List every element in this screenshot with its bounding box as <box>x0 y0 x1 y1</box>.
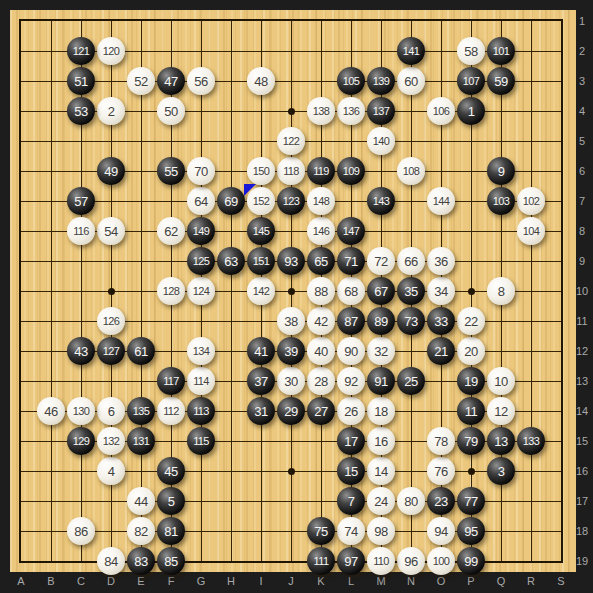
stone-white-20-P12: 20 <box>457 337 485 365</box>
move-number: 47 <box>164 75 177 88</box>
stone-black-63-H9: 63 <box>217 247 245 275</box>
stone-black-151-I9: 151 <box>247 247 275 275</box>
move-number: 152 <box>253 196 270 207</box>
move-number: 5 <box>168 495 175 508</box>
stone-white-86-C18: 86 <box>67 517 95 545</box>
stone-black-133-R15: 133 <box>517 427 545 455</box>
stone-white-138-K4: 138 <box>307 97 335 125</box>
move-number: 11 <box>465 405 478 418</box>
move-number: 137 <box>373 106 390 117</box>
move-number: 103 <box>493 196 510 207</box>
column-label-G: G <box>190 575 212 587</box>
stone-black-23-O17: 23 <box>427 487 455 515</box>
move-number: 150 <box>253 166 270 177</box>
move-number: 26 <box>344 405 357 418</box>
stone-black-51-C3: 51 <box>67 67 95 95</box>
stone-white-140-M5: 140 <box>367 127 395 155</box>
column-label-A: A <box>10 575 32 587</box>
move-number: 74 <box>344 525 357 538</box>
stone-black-1-P4: 1 <box>457 97 485 125</box>
column-label-S: S <box>550 575 572 587</box>
move-number: 45 <box>164 465 177 478</box>
move-number: 20 <box>464 345 477 358</box>
move-number: 56 <box>194 75 207 88</box>
stone-white-152-I7: 152 <box>247 187 275 215</box>
stone-black-107-P3: 107 <box>457 67 485 95</box>
row-label-18: 18 <box>572 525 592 537</box>
stone-white-72-M9: 72 <box>367 247 395 275</box>
stone-white-24-M17: 24 <box>367 487 395 515</box>
move-number: 62 <box>164 225 177 238</box>
move-number: 149 <box>193 226 210 237</box>
stone-black-85-F19: 85 <box>157 547 185 575</box>
stone-black-101-Q2: 101 <box>487 37 515 65</box>
stone-white-144-O7: 144 <box>427 187 455 215</box>
move-number: 37 <box>254 375 267 388</box>
move-number: 147 <box>343 226 360 237</box>
stone-black-123-J7: 123 <box>277 187 305 215</box>
column-label-C: C <box>70 575 92 587</box>
move-number: 49 <box>104 165 117 178</box>
move-number: 50 <box>164 105 177 118</box>
stone-black-33-O11: 33 <box>427 307 455 335</box>
star-point-P10 <box>468 288 475 295</box>
stone-black-49-D6: 49 <box>97 157 125 185</box>
move-number: 100 <box>433 556 450 567</box>
star-point-P16 <box>468 468 475 475</box>
stone-black-71-L9: 71 <box>337 247 365 275</box>
stone-black-135-E14: 135 <box>127 397 155 425</box>
move-number: 146 <box>313 226 330 237</box>
stone-black-103-Q7: 103 <box>487 187 515 215</box>
move-number: 63 <box>224 255 237 268</box>
move-number: 29 <box>284 405 297 418</box>
stone-black-117-F13: 117 <box>157 367 185 395</box>
stone-white-126-D11: 126 <box>97 307 125 335</box>
stone-white-42-K11: 42 <box>307 307 335 335</box>
stone-black-125-G9: 125 <box>187 247 215 275</box>
stone-white-82-E18: 82 <box>127 517 155 545</box>
move-number: 77 <box>464 495 477 508</box>
stone-black-65-K9: 65 <box>307 247 335 275</box>
row-label-9: 9 <box>572 255 592 267</box>
move-number: 19 <box>464 375 477 388</box>
stone-white-6-D14: 6 <box>97 397 125 425</box>
stone-black-147-L8: 147 <box>337 217 365 245</box>
move-number: 91 <box>374 375 387 388</box>
stone-black-53-C4: 53 <box>67 97 95 125</box>
move-number: 105 <box>343 76 360 87</box>
grid-line-vertical <box>531 21 532 561</box>
move-number: 122 <box>283 136 300 147</box>
move-number: 94 <box>434 525 447 538</box>
move-number: 89 <box>374 315 387 328</box>
move-number: 148 <box>313 196 330 207</box>
move-number: 36 <box>434 255 447 268</box>
move-number: 104 <box>523 226 540 237</box>
stone-white-34-O10: 34 <box>427 277 455 305</box>
stone-white-80-N17: 80 <box>397 487 425 515</box>
stone-white-108-N6: 108 <box>397 157 425 185</box>
move-number: 18 <box>374 405 387 418</box>
move-number: 32 <box>374 345 387 358</box>
stone-black-61-E12: 61 <box>127 337 155 365</box>
stone-white-38-J11: 38 <box>277 307 305 335</box>
move-number: 115 <box>193 436 209 447</box>
move-number: 86 <box>74 525 87 538</box>
row-label-15: 15 <box>572 435 592 447</box>
stone-white-40-K12: 40 <box>307 337 335 365</box>
stone-white-130-C14: 130 <box>67 397 95 425</box>
stone-white-28-K13: 28 <box>307 367 335 395</box>
move-number: 113 <box>193 406 209 417</box>
row-label-13: 13 <box>572 375 592 387</box>
stone-white-148-K7: 148 <box>307 187 335 215</box>
stone-black-67-M10: 67 <box>367 277 395 305</box>
stone-white-84-D19: 84 <box>97 547 125 575</box>
column-label-B: B <box>40 575 62 587</box>
stone-black-141-N2: 141 <box>397 37 425 65</box>
move-number: 75 <box>314 525 327 538</box>
stone-black-3-Q16: 3 <box>487 457 515 485</box>
move-number: 123 <box>283 196 300 207</box>
move-number: 144 <box>433 196 450 207</box>
move-number: 141 <box>403 46 420 57</box>
stone-white-56-G3: 56 <box>187 67 215 95</box>
stone-black-59-Q3: 59 <box>487 67 515 95</box>
stone-white-88-K10: 88 <box>307 277 335 305</box>
move-number: 41 <box>254 345 267 358</box>
move-number: 55 <box>164 165 177 178</box>
move-number: 28 <box>314 375 327 388</box>
move-number: 139 <box>373 76 390 87</box>
move-number: 121 <box>73 46 90 57</box>
move-number: 68 <box>344 285 357 298</box>
move-number: 31 <box>254 405 267 418</box>
move-number: 131 <box>133 436 150 447</box>
stone-black-25-N13: 25 <box>397 367 425 395</box>
move-number: 64 <box>194 195 207 208</box>
move-number: 83 <box>134 555 147 568</box>
move-number: 1 <box>468 105 475 118</box>
star-point-D10 <box>108 288 115 295</box>
column-label-H: H <box>220 575 242 587</box>
stone-black-119-K6: 119 <box>307 157 335 185</box>
move-number: 78 <box>434 435 447 448</box>
stone-white-106-O4: 106 <box>427 97 455 125</box>
star-point-J4 <box>288 108 295 115</box>
stone-black-89-M11: 89 <box>367 307 395 335</box>
stone-black-105-L3: 105 <box>337 67 365 95</box>
stone-white-146-K8: 146 <box>307 217 335 245</box>
move-number: 93 <box>284 255 297 268</box>
move-number: 3 <box>498 465 505 478</box>
stone-white-104-R8: 104 <box>517 217 545 245</box>
stone-white-132-D15: 132 <box>97 427 125 455</box>
move-number: 98 <box>374 525 387 538</box>
move-number: 8 <box>498 285 505 298</box>
move-number: 111 <box>314 556 329 567</box>
move-number: 40 <box>314 345 327 358</box>
move-number: 35 <box>404 285 417 298</box>
move-number: 120 <box>103 46 120 57</box>
move-number: 9 <box>498 165 505 178</box>
stone-black-131-E15: 131 <box>127 427 155 455</box>
move-number: 16 <box>374 435 387 448</box>
stone-white-12-Q14: 12 <box>487 397 515 425</box>
stone-black-115-G15: 115 <box>187 427 215 455</box>
stone-black-121-C2: 121 <box>67 37 95 65</box>
row-label-19: 19 <box>572 555 592 567</box>
stone-white-122-J5: 122 <box>277 127 305 155</box>
stone-black-83-E19: 83 <box>127 547 155 575</box>
stone-black-143-M7: 143 <box>367 187 395 215</box>
move-number: 79 <box>464 435 477 448</box>
stone-white-120-D2: 120 <box>97 37 125 65</box>
column-label-P: P <box>460 575 482 587</box>
move-number: 81 <box>164 525 177 538</box>
stone-black-81-F18: 81 <box>157 517 185 545</box>
move-number: 34 <box>434 285 447 298</box>
stone-white-78-O15: 78 <box>427 427 455 455</box>
move-number: 13 <box>494 435 507 448</box>
stone-black-97-L19: 97 <box>337 547 365 575</box>
stone-white-60-N3: 60 <box>397 67 425 95</box>
move-number: 95 <box>464 525 477 538</box>
move-number: 48 <box>254 75 267 88</box>
column-label-Q: Q <box>490 575 512 587</box>
move-number: 67 <box>374 285 387 298</box>
move-number: 58 <box>464 45 477 58</box>
stone-black-29-J14: 29 <box>277 397 305 425</box>
row-label-16: 16 <box>572 465 592 477</box>
move-number: 39 <box>284 345 297 358</box>
move-number: 110 <box>373 556 389 567</box>
move-number: 124 <box>193 286 210 297</box>
stone-white-52-E3: 52 <box>127 67 155 95</box>
move-number: 116 <box>73 226 89 237</box>
move-number: 15 <box>344 465 357 478</box>
move-number: 97 <box>344 555 357 568</box>
move-number: 25 <box>404 375 417 388</box>
stone-white-4-D16: 4 <box>97 457 125 485</box>
stone-black-77-P17: 77 <box>457 487 485 515</box>
move-number: 42 <box>314 315 327 328</box>
stone-black-111-K19: 111 <box>307 547 335 575</box>
move-number: 54 <box>104 225 117 238</box>
stone-white-14-M16: 14 <box>367 457 395 485</box>
stone-black-43-C12: 43 <box>67 337 95 365</box>
move-number: 140 <box>373 136 390 147</box>
stone-white-58-P2: 58 <box>457 37 485 65</box>
move-number: 145 <box>253 226 270 237</box>
stone-white-102-R7: 102 <box>517 187 545 215</box>
stone-white-112-F14: 112 <box>157 397 185 425</box>
stone-white-10-Q13: 10 <box>487 367 515 395</box>
move-number: 80 <box>404 495 417 508</box>
stone-white-26-L14: 26 <box>337 397 365 425</box>
move-number: 119 <box>313 166 329 177</box>
stone-white-128-F10: 128 <box>157 277 185 305</box>
stone-white-30-J13: 30 <box>277 367 305 395</box>
move-number: 70 <box>194 165 207 178</box>
move-number: 69 <box>224 195 237 208</box>
move-number: 66 <box>404 255 417 268</box>
move-number: 132 <box>103 436 120 447</box>
stone-white-54-D8: 54 <box>97 217 125 245</box>
goban[interactable]: 1234567891011121314151617181920212223242… <box>10 10 576 572</box>
go-board-frame: 1234567891011121314151617181920212223242… <box>0 0 593 593</box>
move-number: 52 <box>134 75 147 88</box>
row-label-5: 5 <box>572 135 592 147</box>
move-number: 129 <box>73 436 90 447</box>
move-number: 72 <box>374 255 387 268</box>
stone-white-92-L13: 92 <box>337 367 365 395</box>
goban-grid: 1234567891011121314151617181920212223242… <box>19 19 563 563</box>
move-number: 44 <box>134 495 147 508</box>
move-number: 17 <box>344 435 357 448</box>
row-label-14: 14 <box>572 405 592 417</box>
move-number: 46 <box>44 405 57 418</box>
stone-white-96-N19: 96 <box>397 547 425 575</box>
stone-black-129-C15: 129 <box>67 427 95 455</box>
stone-black-45-F16: 45 <box>157 457 185 485</box>
stone-white-22-P11: 22 <box>457 307 485 335</box>
move-number: 7 <box>348 495 355 508</box>
move-number: 96 <box>404 555 417 568</box>
stone-white-70-G6: 70 <box>187 157 215 185</box>
stone-black-149-G8: 149 <box>187 217 215 245</box>
move-number: 38 <box>284 315 297 328</box>
move-number: 82 <box>134 525 147 538</box>
stone-white-8-Q10: 8 <box>487 277 515 305</box>
row-label-6: 6 <box>572 165 592 177</box>
stone-white-66-N9: 66 <box>397 247 425 275</box>
stone-white-118-J6: 118 <box>277 157 305 185</box>
move-number: 92 <box>344 375 357 388</box>
stone-black-75-K18: 75 <box>307 517 335 545</box>
stone-white-90-L12: 90 <box>337 337 365 365</box>
move-number: 84 <box>104 555 117 568</box>
move-number: 22 <box>464 315 477 328</box>
stone-black-5-F17: 5 <box>157 487 185 515</box>
move-number: 135 <box>133 406 150 417</box>
stone-black-41-I12: 41 <box>247 337 275 365</box>
move-number: 53 <box>74 105 87 118</box>
move-number: 136 <box>343 106 360 117</box>
move-number: 118 <box>283 166 299 177</box>
move-number: 143 <box>373 196 390 207</box>
stone-white-136-L4: 136 <box>337 97 365 125</box>
move-number: 33 <box>434 315 447 328</box>
move-number: 85 <box>164 555 177 568</box>
column-label-D: D <box>100 575 122 587</box>
stone-white-68-L10: 68 <box>337 277 365 305</box>
stone-black-13-Q15: 13 <box>487 427 515 455</box>
row-label-1: 1 <box>572 15 592 27</box>
column-label-F: F <box>160 575 182 587</box>
stone-black-113-G14: 113 <box>187 397 215 425</box>
stone-white-110-M19: 110 <box>367 547 395 575</box>
move-number: 43 <box>74 345 87 358</box>
stone-white-116-C8: 116 <box>67 217 95 245</box>
move-number: 10 <box>494 375 507 388</box>
move-number: 6 <box>108 405 115 418</box>
move-number: 126 <box>103 316 120 327</box>
column-label-J: J <box>280 575 302 587</box>
stone-black-19-P13: 19 <box>457 367 485 395</box>
column-label-K: K <box>310 575 332 587</box>
move-number: 109 <box>343 166 360 177</box>
move-number: 61 <box>134 345 147 358</box>
column-label-O: O <box>430 575 452 587</box>
stone-white-142-I10: 142 <box>247 277 275 305</box>
stone-black-31-I14: 31 <box>247 397 275 425</box>
move-number: 125 <box>193 256 210 267</box>
stone-black-93-J9: 93 <box>277 247 305 275</box>
column-label-M: M <box>370 575 392 587</box>
row-label-7: 7 <box>572 195 592 207</box>
move-number: 57 <box>74 195 87 208</box>
stone-black-9-Q6: 9 <box>487 157 515 185</box>
move-number: 30 <box>284 375 297 388</box>
move-number: 76 <box>434 465 447 478</box>
move-number: 128 <box>163 286 180 297</box>
stone-white-94-O18: 94 <box>427 517 455 545</box>
stone-black-35-N10: 35 <box>397 277 425 305</box>
stone-white-44-E17: 44 <box>127 487 155 515</box>
move-number: 134 <box>193 346 210 357</box>
stone-black-27-K14: 27 <box>307 397 335 425</box>
move-number: 88 <box>314 285 327 298</box>
stone-black-99-P19: 99 <box>457 547 485 575</box>
stone-black-39-J12: 39 <box>277 337 305 365</box>
stone-white-150-I6: 150 <box>247 157 275 185</box>
stone-white-98-M18: 98 <box>367 517 395 545</box>
move-number: 87 <box>344 315 357 328</box>
stone-white-134-G12: 134 <box>187 337 215 365</box>
stone-white-64-G7: 64 <box>187 187 215 215</box>
move-number: 90 <box>344 345 357 358</box>
move-number: 23 <box>434 495 447 508</box>
stone-black-7-L17: 7 <box>337 487 365 515</box>
stone-black-69-H7: 69 <box>217 187 245 215</box>
stone-black-139-M3: 139 <box>367 67 395 95</box>
stone-black-95-P18: 95 <box>457 517 485 545</box>
move-number: 117 <box>163 376 179 387</box>
stone-black-79-P15: 79 <box>457 427 485 455</box>
row-label-4: 4 <box>572 105 592 117</box>
stone-white-36-O9: 36 <box>427 247 455 275</box>
stone-white-114-G13: 114 <box>187 367 215 395</box>
stone-white-50-F4: 50 <box>157 97 185 125</box>
move-number: 106 <box>433 106 450 117</box>
move-number: 65 <box>314 255 327 268</box>
move-number: 4 <box>108 465 115 478</box>
move-number: 127 <box>103 346 120 357</box>
column-label-N: N <box>400 575 422 587</box>
stone-black-137-M4: 137 <box>367 97 395 125</box>
stone-black-57-C7: 57 <box>67 187 95 215</box>
move-number: 108 <box>403 166 420 177</box>
stone-white-74-L18: 74 <box>337 517 365 545</box>
stone-black-15-L16: 15 <box>337 457 365 485</box>
row-label-12: 12 <box>572 345 592 357</box>
column-label-E: E <box>130 575 152 587</box>
stone-black-17-L15: 17 <box>337 427 365 455</box>
move-number: 71 <box>344 255 357 268</box>
stone-white-62-F8: 62 <box>157 217 185 245</box>
